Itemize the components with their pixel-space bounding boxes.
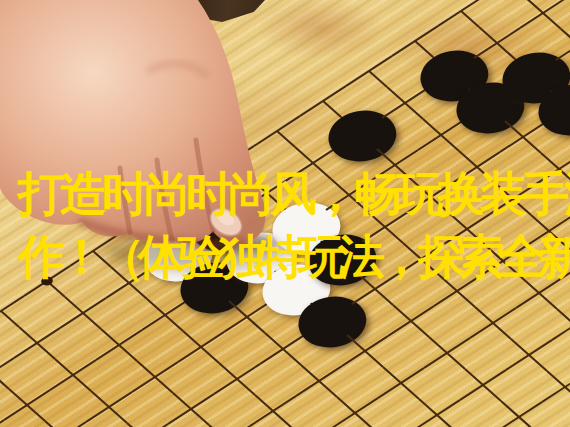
screenshot-root: ●●●●●●●●●●●●● xyxy=(0,0,570,427)
caption-line-1: 打造时尚时尚风，畅玩换装手游大 xyxy=(18,163,570,226)
caption-line-2: 作！（体验独特玩法，探索全新搭 xyxy=(18,226,570,289)
